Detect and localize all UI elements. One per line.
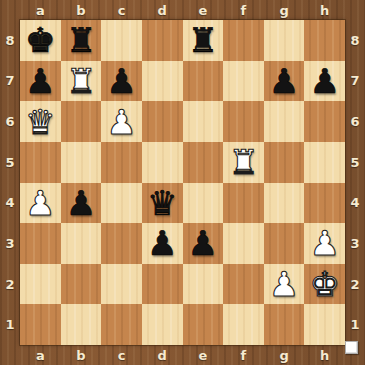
square-g7[interactable]: ♟: [264, 61, 305, 102]
square-e7[interactable]: [183, 61, 224, 102]
coord-label-7-left: 7: [0, 61, 20, 102]
square-c7[interactable]: ♟: [101, 61, 142, 102]
square-a2[interactable]: [20, 264, 61, 305]
coord-label-e-bottom: e: [183, 345, 224, 365]
square-a1[interactable]: [20, 304, 61, 345]
coord-label-1-right: 1: [345, 304, 365, 345]
square-a6[interactable]: ♛: [20, 101, 61, 142]
square-e1[interactable]: [183, 304, 224, 345]
coord-label-c-bottom: c: [101, 345, 142, 365]
coord-label-f-top: f: [223, 0, 264, 20]
coord-label-c-top: c: [101, 0, 142, 20]
file-labels-top: abcdefgh: [20, 0, 345, 20]
black-king-a8[interactable]: ♚: [25, 23, 55, 57]
coord-label-1-left: 1: [0, 304, 20, 345]
square-f1[interactable]: [223, 304, 264, 345]
coord-label-b-bottom: b: [61, 345, 102, 365]
square-f7[interactable]: [223, 61, 264, 102]
square-d7[interactable]: [142, 61, 183, 102]
square-e3[interactable]: ♟: [183, 223, 224, 264]
coord-label-5-right: 5: [345, 142, 365, 183]
square-d1[interactable]: [142, 304, 183, 345]
square-f6[interactable]: [223, 101, 264, 142]
rank-labels-right: 87654321: [345, 20, 365, 345]
square-c3[interactable]: [101, 223, 142, 264]
black-pawn-e3[interactable]: ♟: [188, 226, 218, 260]
square-h1[interactable]: [304, 304, 345, 345]
file-labels-bottom: abcdefgh: [20, 345, 345, 365]
black-queen-d4[interactable]: ♛: [147, 186, 177, 220]
square-h3[interactable]: ♟: [304, 223, 345, 264]
square-g3[interactable]: [264, 223, 305, 264]
coord-label-3-left: 3: [0, 223, 20, 264]
square-h7[interactable]: ♟: [304, 61, 345, 102]
square-a3[interactable]: [20, 223, 61, 264]
square-g2[interactable]: ♟: [264, 264, 305, 305]
black-rook-b8[interactable]: ♜: [66, 23, 96, 57]
square-a4[interactable]: ♟: [20, 183, 61, 224]
black-pawn-a7[interactable]: ♟: [25, 64, 55, 98]
coord-label-2-left: 2: [0, 264, 20, 305]
coord-label-g-bottom: g: [264, 345, 305, 365]
coord-label-d-top: d: [142, 0, 183, 20]
square-f2[interactable]: [223, 264, 264, 305]
square-b1[interactable]: [61, 304, 102, 345]
coord-label-6-right: 6: [345, 101, 365, 142]
square-d3[interactable]: ♟: [142, 223, 183, 264]
square-g8[interactable]: [264, 20, 305, 61]
square-c4[interactable]: [101, 183, 142, 224]
square-h4[interactable]: [304, 183, 345, 224]
white-rook-b7[interactable]: ♜: [66, 64, 96, 98]
coord-label-e-top: e: [183, 0, 224, 20]
white-pawn-g2[interactable]: ♟: [269, 267, 299, 301]
square-g6[interactable]: [264, 101, 305, 142]
square-b8[interactable]: ♜: [61, 20, 102, 61]
white-pawn-h3[interactable]: ♟: [309, 226, 339, 260]
square-c8[interactable]: [101, 20, 142, 61]
square-b6[interactable]: [61, 101, 102, 142]
square-c6[interactable]: ♟: [101, 101, 142, 142]
square-d4[interactable]: ♛: [142, 183, 183, 224]
white-king-h2[interactable]: ♚: [309, 267, 339, 301]
square-a8[interactable]: ♚: [20, 20, 61, 61]
coord-label-8-right: 8: [345, 20, 365, 61]
square-e6[interactable]: [183, 101, 224, 142]
square-c2[interactable]: [101, 264, 142, 305]
coord-label-g-top: g: [264, 0, 305, 20]
coord-label-2-right: 2: [345, 264, 365, 305]
coord-label-6-left: 6: [0, 101, 20, 142]
square-h2[interactable]: ♚: [304, 264, 345, 305]
square-g5[interactable]: [264, 142, 305, 183]
square-c1[interactable]: [101, 304, 142, 345]
square-b5[interactable]: [61, 142, 102, 183]
white-pawn-a4[interactable]: ♟: [25, 186, 55, 220]
square-a7[interactable]: ♟: [20, 61, 61, 102]
black-pawn-c7[interactable]: ♟: [106, 64, 136, 98]
black-pawn-g7[interactable]: ♟: [269, 64, 299, 98]
square-b7[interactable]: ♜: [61, 61, 102, 102]
square-f4[interactable]: [223, 183, 264, 224]
square-b3[interactable]: [61, 223, 102, 264]
square-h8[interactable]: [304, 20, 345, 61]
square-g1[interactable]: [264, 304, 305, 345]
black-pawn-h7[interactable]: ♟: [309, 64, 339, 98]
square-d6[interactable]: [142, 101, 183, 142]
square-b2[interactable]: [61, 264, 102, 305]
square-e5[interactable]: [183, 142, 224, 183]
square-e4[interactable]: [183, 183, 224, 224]
coord-label-7-right: 7: [345, 61, 365, 102]
coord-label-4-right: 4: [345, 183, 365, 224]
square-h5[interactable]: [304, 142, 345, 183]
square-h6[interactable]: [304, 101, 345, 142]
coord-label-4-left: 4: [0, 183, 20, 224]
coord-label-d-bottom: d: [142, 345, 183, 365]
square-d5[interactable]: [142, 142, 183, 183]
coord-label-5-left: 5: [0, 142, 20, 183]
white-pawn-c6[interactable]: ♟: [106, 105, 136, 139]
square-e2[interactable]: [183, 264, 224, 305]
coord-label-h-top: h: [304, 0, 345, 20]
coord-label-a-top: a: [20, 0, 61, 20]
white-rook-f5[interactable]: ♜: [228, 145, 258, 179]
square-f5[interactable]: ♜: [223, 142, 264, 183]
square-c5[interactable]: [101, 142, 142, 183]
chess-board[interactable]: ♚♜♜♟♜♟♟♟♛♟♜♟♟♛♟♟♟♟♚: [20, 20, 345, 345]
coord-label-f-bottom: f: [223, 345, 264, 365]
coord-label-a-bottom: a: [20, 345, 61, 365]
square-g4[interactable]: [264, 183, 305, 224]
coord-label-3-right: 3: [345, 223, 365, 264]
white-queen-a6[interactable]: ♛: [25, 105, 55, 139]
black-pawn-d3[interactable]: ♟: [147, 226, 177, 260]
square-f8[interactable]: [223, 20, 264, 61]
coord-label-8-left: 8: [0, 20, 20, 61]
black-pawn-b4[interactable]: ♟: [66, 186, 96, 220]
square-d2[interactable]: [142, 264, 183, 305]
square-a5[interactable]: [20, 142, 61, 183]
coord-label-b-top: b: [61, 0, 102, 20]
white-to-move-indicator: [345, 341, 358, 354]
square-f3[interactable]: [223, 223, 264, 264]
square-d8[interactable]: [142, 20, 183, 61]
coord-label-h-bottom: h: [304, 345, 345, 365]
chess-board-frame: abcdefgh abcdefgh 87654321 87654321 ♚♜♜♟…: [0, 0, 365, 365]
square-b4[interactable]: ♟: [61, 183, 102, 224]
rank-labels-left: 87654321: [0, 20, 20, 345]
square-e8[interactable]: ♜: [183, 20, 224, 61]
black-rook-e8[interactable]: ♜: [188, 23, 218, 57]
